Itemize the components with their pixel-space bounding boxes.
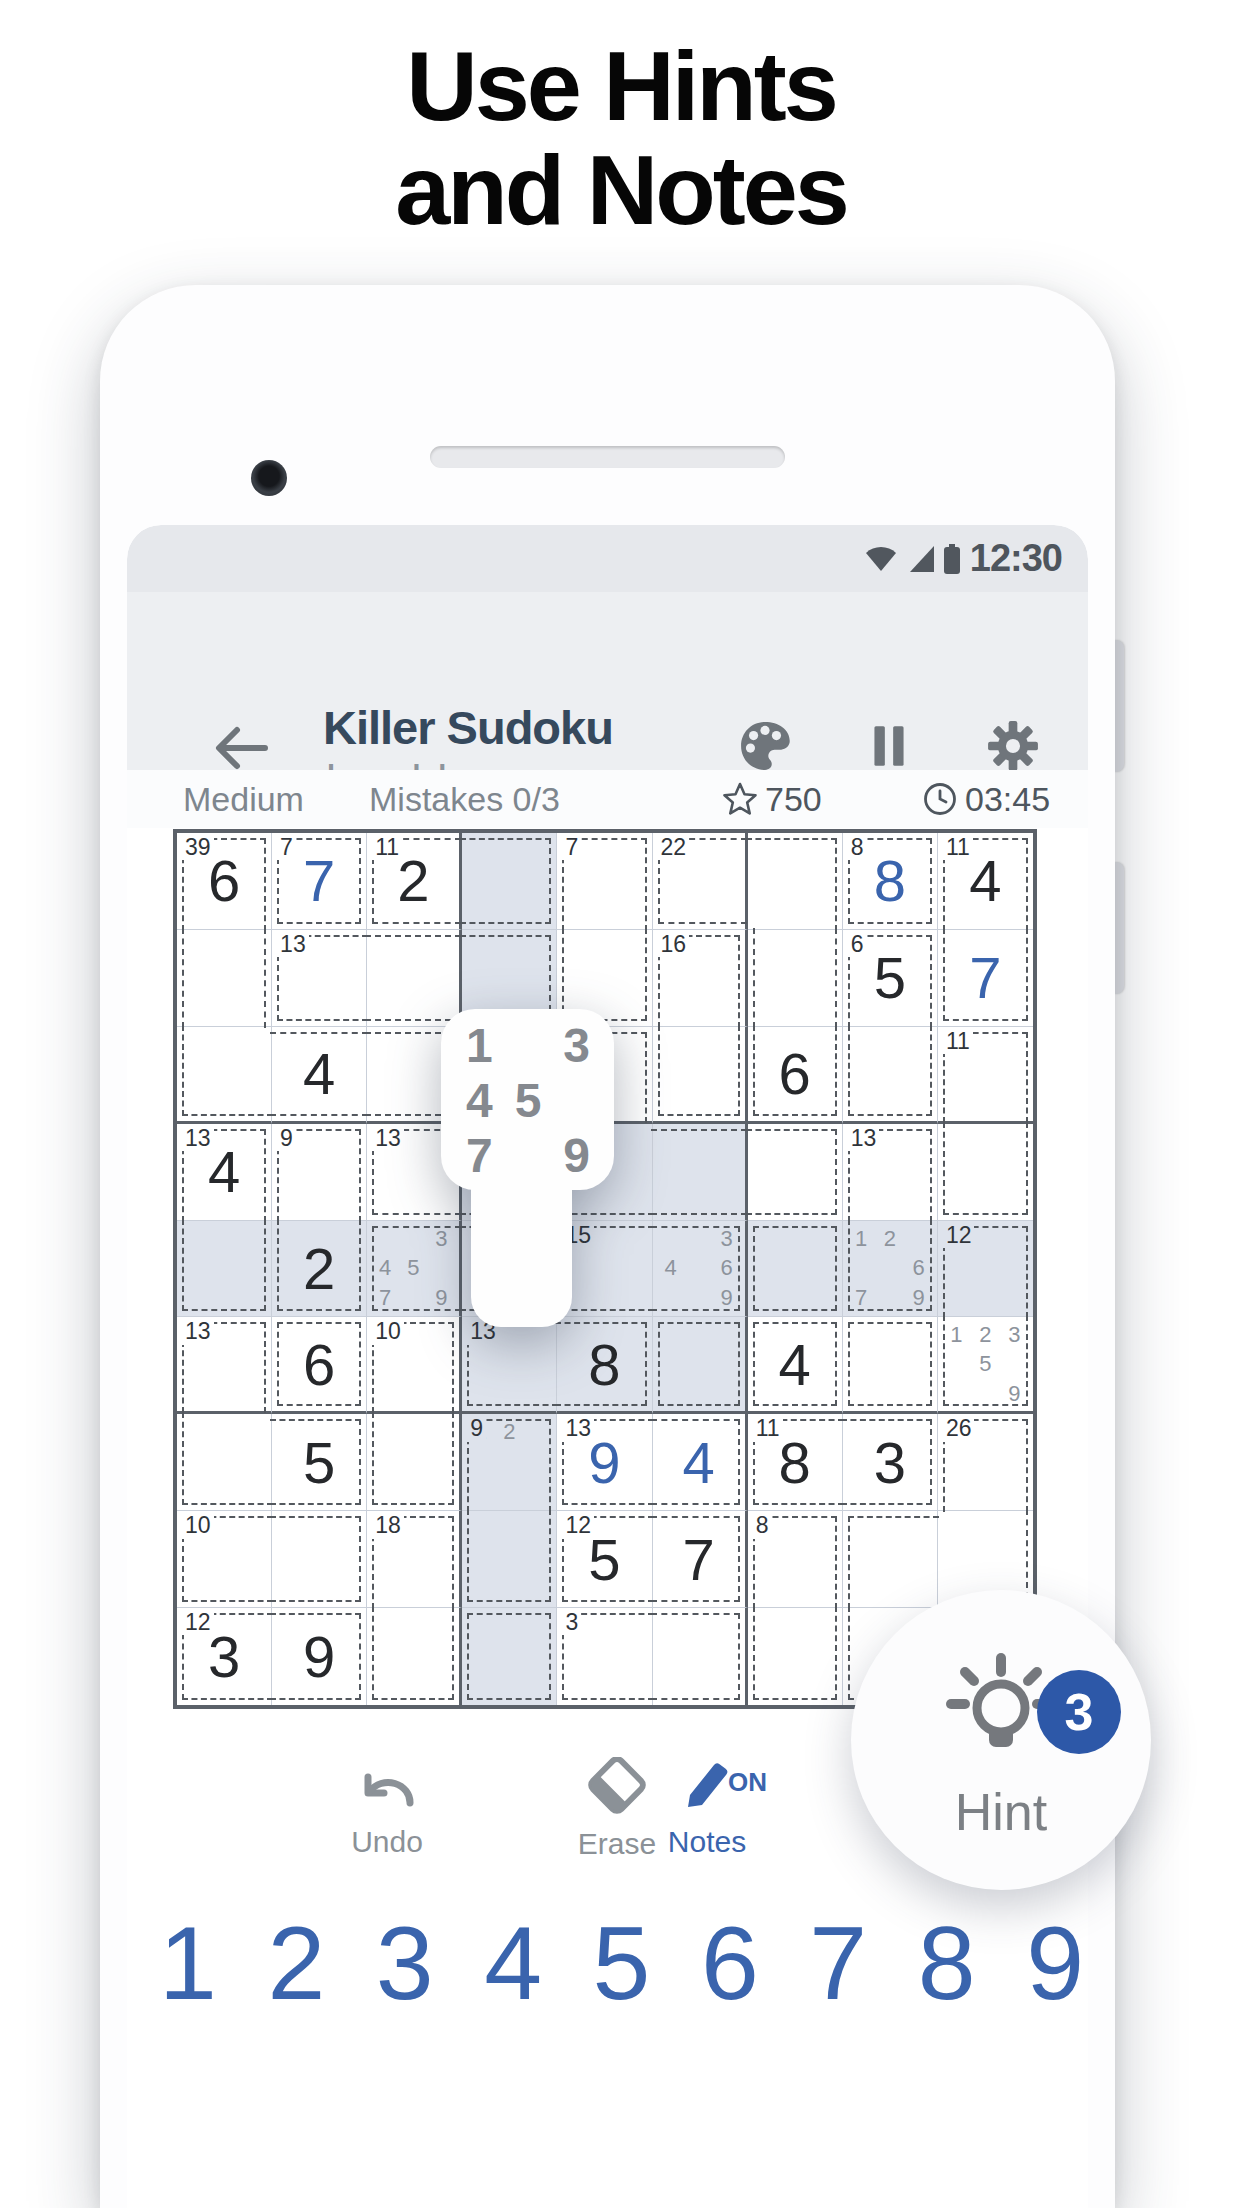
cell-r4c2[interactable]: 9	[272, 1124, 367, 1221]
numpad-4[interactable]: 4	[484, 1911, 542, 2015]
cage-sum: 11	[943, 1029, 973, 1054]
cell-r3c9[interactable]: 11	[938, 1027, 1033, 1124]
cell-r3c1[interactable]	[177, 1027, 272, 1124]
popup-note-digit: 3	[552, 1018, 601, 1073]
notes-on-badge: ON	[728, 1767, 767, 1798]
cage-sum: 26	[943, 1416, 975, 1441]
cell-r7c9[interactable]: 26	[938, 1414, 1033, 1511]
cell-r7c7[interactable]: 118	[748, 1414, 843, 1511]
cell-r2c9[interactable]: 7	[938, 930, 1033, 1027]
cage-sum: 13	[182, 1319, 214, 1344]
given-digit: 4	[272, 1027, 366, 1121]
note-digit: 6	[904, 1254, 933, 1284]
cell-r4c1[interactable]: 134	[177, 1124, 272, 1221]
given-digit: 9	[272, 1608, 366, 1705]
cage-outline	[848, 1322, 932, 1406]
given-digit: 7	[653, 1511, 745, 1607]
cage-sum: 16	[658, 932, 690, 957]
note-digit: 5	[399, 1254, 427, 1284]
note-digit: 2	[971, 1320, 1000, 1349]
cage-sum: 11	[753, 1416, 783, 1441]
cell-r4c8[interactable]: 13	[843, 1124, 938, 1221]
note-digit: 1	[942, 1320, 971, 1349]
cell-r4c6[interactable]	[653, 1124, 748, 1221]
headline-line1: Use Hints	[0, 36, 1242, 135]
undo-label: Undo	[312, 1825, 462, 1859]
cage-outline	[753, 1606, 837, 1700]
cell-r2c3[interactable]	[367, 930, 462, 1027]
cell-r9c2[interactable]: 9	[272, 1608, 367, 1705]
cage-sum: 22	[658, 835, 690, 860]
cage-outline	[746, 838, 837, 931]
pencil-notes: 12679	[847, 1224, 933, 1314]
speaker-grille	[430, 446, 785, 468]
cell-r1c7[interactable]	[748, 833, 843, 930]
given-digit: 6	[272, 1317, 366, 1411]
timer-indicator: 03:45	[923, 770, 1050, 828]
cage-outline	[658, 1322, 740, 1406]
cell-r8c5[interactable]: 125	[557, 1511, 652, 1608]
headline-line2: and Notes	[0, 140, 1242, 239]
cage-sum: 3	[562, 1610, 581, 1635]
cage-sum: 12	[943, 1223, 975, 1248]
hint-label: Hint	[851, 1782, 1151, 1842]
cell-r7c8[interactable]: 3	[843, 1414, 938, 1511]
cell-r7c5[interactable]: 139	[557, 1414, 652, 1511]
cell-r5c2[interactable]: 2	[272, 1221, 367, 1318]
cell-r7c1[interactable]	[177, 1414, 272, 1511]
cell-r9c7[interactable]	[748, 1608, 843, 1705]
cell-r5c8[interactable]: 12679	[843, 1221, 938, 1318]
hint-count-badge: 3	[1037, 1670, 1121, 1754]
notes-label: Notes	[632, 1825, 782, 1859]
cage-outline	[372, 1606, 454, 1700]
pencil-notes: 34579	[371, 1224, 455, 1314]
cage-sum: 39	[182, 835, 214, 860]
cell-r1c8[interactable]: 88	[843, 833, 938, 930]
cell-r8c7[interactable]: 8	[748, 1511, 843, 1608]
cage-sum: 13	[277, 932, 309, 957]
back-button[interactable]	[211, 718, 271, 778]
popup-note-digit: 5	[504, 1073, 553, 1128]
given-digit: 8	[557, 1317, 651, 1411]
status-time: 12:30	[970, 537, 1062, 580]
cage-outline	[365, 935, 461, 1021]
cage-outline	[182, 1219, 266, 1312]
note-digit: 3	[713, 1224, 741, 1254]
cell-r9c1[interactable]: 123	[177, 1608, 272, 1705]
undo-icon	[356, 1763, 418, 1817]
numpad-5[interactable]: 5	[593, 1911, 651, 2015]
cell-r7c2[interactable]: 5	[272, 1414, 367, 1511]
cage-outline	[746, 1129, 837, 1215]
popup-note-digit: 4	[455, 1073, 504, 1128]
cell-r5c6[interactable]: 3469	[653, 1221, 748, 1318]
cell-r8c3[interactable]: 18	[367, 1511, 462, 1608]
cell-r5c9[interactable]: 12	[938, 1221, 1033, 1318]
numpad-1[interactable]: 1	[159, 1911, 217, 2015]
cell-r1c5[interactable]: 7	[557, 833, 652, 930]
cage-sum: 13	[182, 1126, 214, 1151]
cage-outline	[467, 1613, 551, 1700]
popup-note-digit: 7	[455, 1128, 504, 1183]
cell-r6c8[interactable]	[843, 1317, 938, 1414]
app-header: Killer Sudoku by sudoku.com	[127, 592, 1088, 770]
app-screen: 12:30 Killer Sudoku by sudoku.com	[127, 525, 1088, 2208]
cell-r9c3[interactable]	[367, 1608, 462, 1705]
numpad-8[interactable]: 8	[918, 1911, 976, 2015]
cell-r3c2[interactable]: 4	[272, 1027, 367, 1124]
cage-sum: 7	[277, 835, 296, 860]
given-digit: 6	[748, 1027, 842, 1121]
cell-r8c1[interactable]: 10	[177, 1511, 272, 1608]
hint-button[interactable]: 3 Hint	[851, 1590, 1151, 1890]
cage-outline	[848, 1516, 939, 1609]
undo-button[interactable]: Undo	[312, 1763, 462, 1859]
cage-sum: 8	[753, 1513, 772, 1538]
number-pad: 123456789	[145, 1897, 1088, 2029]
cage-outline	[182, 1412, 273, 1505]
cell-r6c7[interactable]: 4	[748, 1317, 843, 1414]
cell-r8c8[interactable]	[843, 1511, 938, 1608]
score-indicator: 750	[723, 770, 822, 828]
status-bar: 12:30	[127, 525, 1088, 592]
cell-r6c6[interactable]	[653, 1317, 748, 1414]
note-digit: 7	[371, 1283, 399, 1313]
given-digit: 3	[843, 1414, 937, 1510]
given-digit: 4	[748, 1317, 842, 1411]
page-title: Killer Sudoku	[323, 700, 613, 755]
numpad-9[interactable]: 9	[1026, 1911, 1084, 2015]
given-digit: 5	[272, 1414, 366, 1510]
cell-r9c4[interactable]	[462, 1608, 557, 1705]
cell-r5c7[interactable]	[748, 1221, 843, 1318]
cell-r6c9[interactable]: 12359	[938, 1317, 1033, 1414]
cage-outline	[753, 1226, 837, 1312]
cage-outline	[467, 1509, 551, 1602]
cell-r6c4[interactable]: 13	[462, 1317, 557, 1414]
cage-sum: 9	[277, 1126, 296, 1151]
cell-r2c7[interactable]	[748, 930, 843, 1027]
cage-outline	[943, 1122, 1028, 1215]
pencil-notes: 3469	[657, 1224, 741, 1314]
note-digit: 1	[847, 1224, 876, 1254]
cell-r1c9[interactable]: 114	[938, 833, 1033, 930]
cage-sum: 12	[182, 1610, 214, 1635]
camera-dot	[251, 460, 287, 496]
note-digit: 7	[847, 1283, 876, 1313]
cellular-icon	[908, 546, 934, 572]
cage-sum: 7	[562, 835, 581, 860]
cage-sum: 13	[562, 1416, 594, 1441]
difficulty-label: Medium	[183, 770, 304, 828]
popup-notes-grid: 134579	[455, 1018, 601, 1180]
cell-r3c7[interactable]: 6	[748, 1027, 843, 1124]
pencil-notes: 12359	[942, 1320, 1029, 1408]
cell-r5c1[interactable]	[177, 1221, 272, 1318]
numpad-7[interactable]: 7	[809, 1911, 867, 2015]
cage-sum: 10	[372, 1319, 404, 1344]
cell-r7c6[interactable]: 4	[653, 1414, 748, 1511]
cell-r4c9[interactable]	[938, 1124, 1033, 1221]
cell-r5c3[interactable]: 34579	[367, 1221, 462, 1318]
user-digit: 7	[938, 930, 1033, 1026]
cage-outline	[460, 838, 551, 924]
cage-sum: 13	[848, 1126, 880, 1151]
battery-icon	[944, 544, 960, 574]
cell-r3c6[interactable]	[653, 1027, 748, 1124]
cell-r2c1[interactable]	[177, 930, 272, 1027]
palette-icon[interactable]	[739, 720, 791, 772]
star-icon	[723, 782, 757, 816]
cell-r1c6[interactable]: 22	[653, 833, 748, 930]
cell-r8c2[interactable]	[272, 1511, 367, 1608]
note-digit: 9	[427, 1283, 455, 1313]
cell-r1c3[interactable]: 112	[367, 833, 462, 930]
user-digit: 4	[653, 1414, 745, 1510]
cage-sum: 6	[848, 932, 867, 957]
pause-icon[interactable]	[863, 720, 915, 772]
gear-icon[interactable]	[987, 720, 1039, 772]
cage-outline	[372, 1412, 454, 1505]
wifi-icon	[864, 545, 898, 573]
cage-sum: 13	[372, 1126, 404, 1151]
cell-r1c2[interactable]: 77	[272, 833, 367, 930]
cell-r2c8[interactable]: 65	[843, 930, 938, 1027]
app-store-screenshot: Use Hints and Notes 12:30 Killer Sudok	[0, 0, 1242, 2208]
cage-outline	[460, 935, 551, 1021]
cell-r6c1[interactable]: 13	[177, 1317, 272, 1414]
cage-outline	[658, 1025, 740, 1116]
note-digit: 4	[371, 1254, 399, 1284]
cage-sum: 11	[372, 835, 402, 860]
note-digit: 5	[971, 1350, 1000, 1379]
cell-r6c2[interactable]: 6	[272, 1317, 367, 1414]
cell-r8c4[interactable]	[462, 1511, 557, 1608]
mistakes-label: Mistakes 0/3	[369, 770, 560, 828]
popup-note-digit: 9	[552, 1128, 601, 1183]
cell-r2c2[interactable]: 13	[272, 930, 367, 1027]
notes-button[interactable]: ON Notes	[632, 1759, 782, 1859]
cage-outline	[182, 928, 266, 1028]
popup-note-digit: 1	[455, 1018, 504, 1073]
cell-r2c6[interactable]: 16	[653, 930, 748, 1027]
note-digit: 4	[657, 1254, 685, 1284]
cage-outline	[848, 1025, 932, 1116]
cage-sum: 10	[182, 1513, 214, 1538]
cage-outline	[562, 928, 646, 1021]
note-digit: 9	[1000, 1379, 1029, 1408]
cell-r7c4[interactable]: 912	[462, 1414, 557, 1511]
note-digit: 9	[713, 1283, 741, 1313]
cage-outline	[651, 1613, 740, 1700]
cage-sum: 9	[467, 1416, 486, 1441]
cell-r8c6[interactable]: 7	[653, 1511, 748, 1608]
cell-r6c5[interactable]: 8	[557, 1317, 652, 1414]
cage-sum: 12	[562, 1513, 594, 1538]
cage-outline	[182, 1025, 273, 1116]
cell-r4c7[interactable]	[748, 1124, 843, 1221]
note-digit: 3	[1000, 1320, 1029, 1349]
cell-r3c8[interactable]	[843, 1027, 938, 1124]
numpad-3[interactable]: 3	[376, 1911, 434, 2015]
numpad-2[interactable]: 2	[267, 1911, 325, 2015]
cage-sum: 8	[848, 835, 867, 860]
note-digit: 2	[495, 1417, 524, 1447]
cage-outline	[753, 928, 837, 1028]
numpad-6[interactable]: 6	[701, 1911, 759, 2015]
note-digit: 6	[713, 1254, 741, 1284]
cell-r9c5[interactable]: 3	[557, 1608, 652, 1705]
note-digit: 3	[427, 1224, 455, 1254]
given-digit: 2	[272, 1221, 366, 1317]
note-digit: 2	[875, 1224, 904, 1254]
note-digit: 9	[904, 1283, 933, 1313]
cell-r9c6[interactable]	[653, 1608, 748, 1705]
cage-sum: 11	[943, 835, 973, 860]
info-bar: Medium Mistakes 0/3 750 03:45	[127, 770, 1088, 828]
killer-sudoku-board: 3967711272288114131665746111349131323457…	[173, 829, 1037, 1709]
cell-r6c3[interactable]: 10	[367, 1317, 462, 1414]
cell-r7c3[interactable]	[367, 1414, 462, 1511]
clock-icon	[923, 782, 957, 816]
cell-r1c1[interactable]: 396	[177, 833, 272, 930]
cell-r1c4[interactable]	[462, 833, 557, 930]
cage-outline	[270, 1516, 361, 1602]
cage-sum: 18	[372, 1513, 404, 1538]
cage-outline	[651, 1129, 747, 1215]
